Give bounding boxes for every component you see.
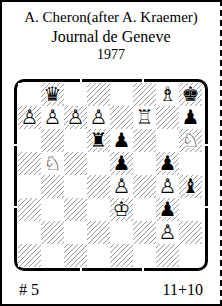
white-knight: ♘ — [179, 129, 202, 152]
square-h4: ♝♝ — [179, 175, 202, 198]
square-g8: ♝♗ — [156, 83, 179, 106]
square-g2: ♟♙ — [156, 221, 179, 244]
square-h2 — [179, 221, 202, 244]
square-b3 — [41, 198, 64, 221]
frame-notch — [80, 79, 82, 82]
stipulation: # 5 — [19, 279, 39, 300]
square-f3 — [133, 198, 156, 221]
problem-card: A. Cheron(after A. Kraemer) Journal de G… — [0, 0, 222, 306]
square-g7 — [156, 106, 179, 129]
square-c8 — [64, 83, 87, 106]
square-a4 — [18, 175, 41, 198]
square-h8: ♚♚ — [179, 83, 202, 106]
white-rook: ♖ — [133, 106, 156, 129]
composer-line: A. Cheron(after A. Kraemer) — [2, 7, 220, 27]
square-g5: ♟♟ — [156, 152, 179, 175]
square-d6: ♜♜ — [87, 129, 110, 152]
frame-notch — [142, 79, 144, 82]
square-g3: ♟♟ — [156, 198, 179, 221]
frame-notch — [14, 144, 17, 146]
square-f4 — [133, 175, 156, 198]
frame-notch — [80, 268, 82, 271]
chess-board-frame: ♛♛♝♗♚♚♟♙♟♙♟♙♟♙♜♖♟♟♜♜♟♟♞♘♞♘♟♟♟♟♟♙♟♙♝♝♚♔♟♟… — [14, 79, 208, 271]
chess-board: ♛♛♝♗♚♚♟♙♟♙♟♙♟♙♜♖♟♟♜♜♟♟♞♘♞♘♟♟♟♟♟♙♟♙♝♝♚♔♟♟… — [18, 83, 204, 267]
black-pawn: ♟ — [110, 129, 133, 152]
square-f7: ♜♖ — [133, 106, 156, 129]
square-a8 — [18, 83, 41, 106]
white-pawn: ♙ — [64, 106, 87, 129]
black-pawn: ♟ — [179, 106, 202, 129]
square-f6 — [133, 129, 156, 152]
square-c5 — [64, 152, 87, 175]
square-e3: ♚♔ — [110, 198, 133, 221]
square-b8: ♛♛ — [41, 83, 64, 106]
square-f5 — [133, 152, 156, 175]
square-d1 — [87, 244, 110, 267]
square-b1 — [41, 244, 64, 267]
square-a6 — [18, 129, 41, 152]
black-queen: ♛ — [41, 83, 64, 106]
square-a5 — [18, 152, 41, 175]
square-e7 — [110, 106, 133, 129]
square-a2 — [18, 221, 41, 244]
square-d5 — [87, 152, 110, 175]
caption: # 5 11+10 — [2, 279, 220, 300]
square-b7: ♟♙ — [41, 106, 64, 129]
square-b5: ♞♘ — [41, 152, 64, 175]
square-b4 — [41, 175, 64, 198]
black-rook: ♜ — [87, 129, 110, 152]
square-c6 — [64, 129, 87, 152]
square-c2 — [64, 221, 87, 244]
year-line: 1977 — [2, 46, 220, 63]
square-g6 — [156, 129, 179, 152]
square-a3 — [18, 198, 41, 221]
frame-notch — [14, 206, 17, 208]
square-b2 — [41, 221, 64, 244]
black-pawn: ♟ — [156, 152, 179, 175]
square-e1 — [110, 244, 133, 267]
black-king: ♚ — [179, 83, 202, 106]
header: A. Cheron(after A. Kraemer) Journal de G… — [2, 2, 220, 63]
white-pawn: ♙ — [18, 106, 41, 129]
square-h3 — [179, 198, 202, 221]
square-d3 — [87, 198, 110, 221]
square-a7: ♟♙ — [18, 106, 41, 129]
white-king: ♔ — [110, 198, 133, 221]
square-f8 — [133, 83, 156, 106]
white-pawn: ♙ — [110, 175, 133, 198]
white-knight: ♘ — [41, 152, 64, 175]
square-h5 — [179, 152, 202, 175]
square-e8 — [110, 83, 133, 106]
white-pawn: ♙ — [156, 221, 179, 244]
white-pawn: ♙ — [156, 175, 179, 198]
frame-notch — [205, 206, 208, 208]
frame-notch — [205, 144, 208, 146]
square-c7: ♟♙ — [64, 106, 87, 129]
source-line: Journal de Geneve — [2, 27, 220, 46]
frame-notch — [142, 268, 144, 271]
square-f2 — [133, 221, 156, 244]
square-h6: ♞♘ — [179, 129, 202, 152]
white-pawn: ♙ — [41, 106, 64, 129]
piece-count: 11+10 — [163, 279, 203, 300]
square-d4 — [87, 175, 110, 198]
square-a1 — [18, 244, 41, 267]
white-bishop: ♗ — [156, 83, 179, 106]
white-pawn: ♙ — [87, 106, 110, 129]
square-h7: ♟♟ — [179, 106, 202, 129]
square-b6 — [41, 129, 64, 152]
square-e4: ♟♙ — [110, 175, 133, 198]
black-pawn: ♟ — [110, 152, 133, 175]
square-e6: ♟♟ — [110, 129, 133, 152]
square-d8 — [87, 83, 110, 106]
square-d2 — [87, 221, 110, 244]
square-g1 — [156, 244, 179, 267]
square-f1 — [133, 244, 156, 267]
black-pawn: ♟ — [156, 198, 179, 221]
black-bishop: ♝ — [179, 175, 202, 198]
square-h1 — [179, 244, 202, 267]
square-g4: ♟♙ — [156, 175, 179, 198]
square-e5: ♟♟ — [110, 152, 133, 175]
square-c1 — [64, 244, 87, 267]
square-c4 — [64, 175, 87, 198]
square-e2 — [110, 221, 133, 244]
square-d7: ♟♙ — [87, 106, 110, 129]
square-c3 — [64, 198, 87, 221]
